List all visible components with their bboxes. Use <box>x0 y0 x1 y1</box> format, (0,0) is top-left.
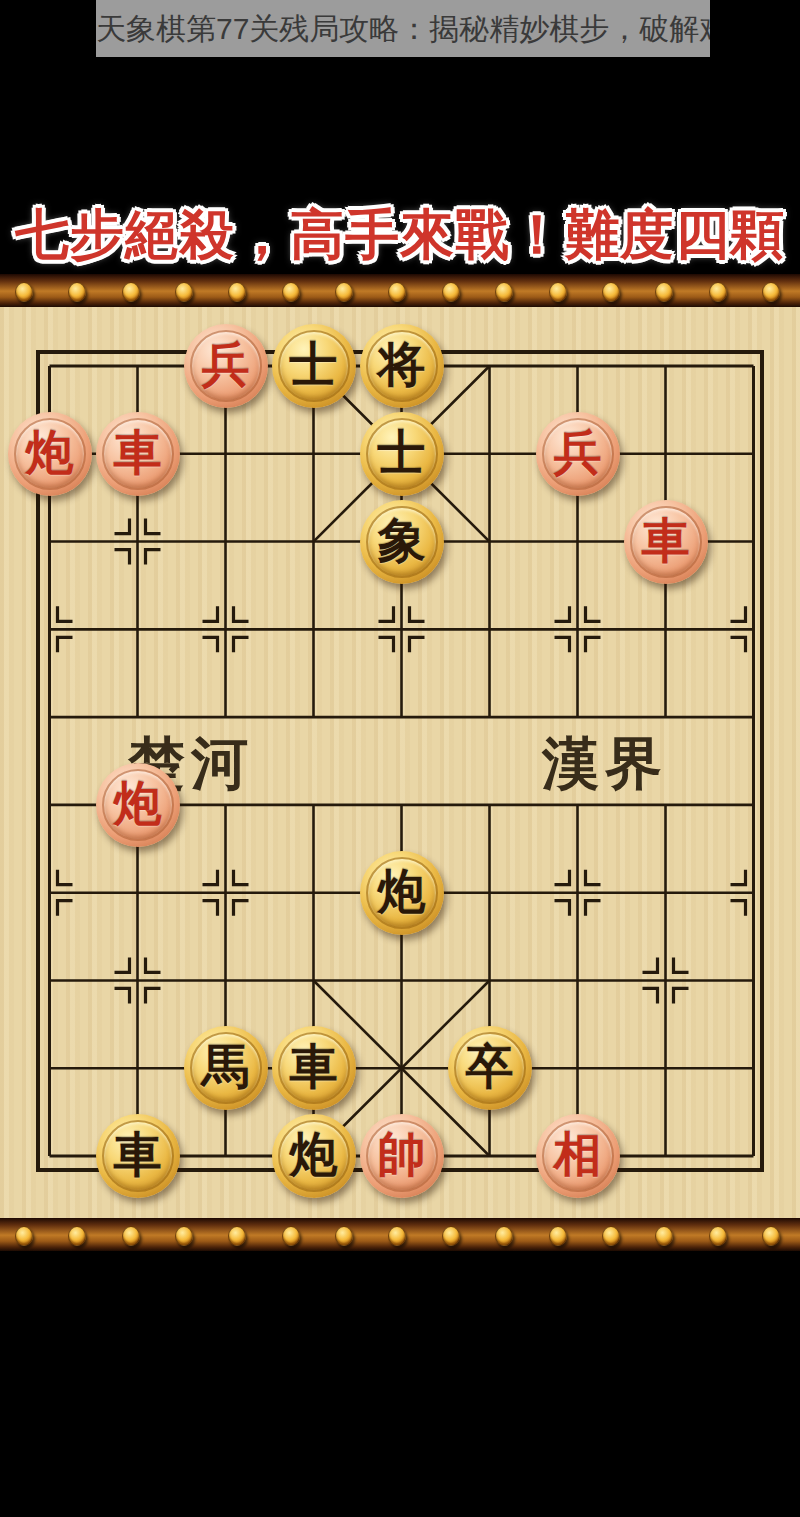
rivet-icon <box>549 1226 567 1246</box>
frame-strip-bottom <box>0 1218 800 1251</box>
piece-glyph: 炮 <box>378 849 426 933</box>
piece-glyph: 象 <box>378 498 426 582</box>
promo-banner-text: 七步絕殺，高手來戰！難度四顆星 <box>0 194 800 274</box>
rivet-icon <box>495 282 513 302</box>
piece-glyph: 兵 <box>202 322 250 406</box>
rivet-icon <box>602 282 620 302</box>
rivet-icon <box>388 282 406 302</box>
rivet-icon <box>282 282 300 302</box>
rivet-icon <box>709 1226 727 1246</box>
screenshot-root: 天象棋第77关残局攻略：揭秘精妙棋步，破解难关挑 七步絕殺，高手來戰！難度四顆星… <box>0 0 800 1517</box>
rivet-icon <box>68 1226 86 1246</box>
piece-red-chariot[interactable]: 車 <box>624 500 708 584</box>
piece-glyph: 馬 <box>202 1024 250 1108</box>
piece-red-chariot[interactable]: 車 <box>96 412 180 496</box>
piece-glyph: 兵 <box>554 410 602 494</box>
page-title: 天象棋第77关残局攻略：揭秘精妙棋步，破解难关挑 <box>96 0 710 57</box>
rivet-icon <box>282 1226 300 1246</box>
piece-black-cannon[interactable]: 炮 <box>360 851 444 935</box>
piece-black-elephant[interactable]: 象 <box>360 500 444 584</box>
piece-red-soldier[interactable]: 兵 <box>184 324 268 408</box>
rivet-icon <box>15 1226 33 1246</box>
rivet-icon <box>762 282 780 302</box>
piece-glyph: 車 <box>290 1024 338 1108</box>
piece-red-cannon[interactable]: 炮 <box>96 763 180 847</box>
rivet-icon <box>655 1226 673 1246</box>
rivet-icon <box>228 282 246 302</box>
rivet-icon <box>602 1226 620 1246</box>
river-label-right: 漢界 <box>542 726 668 803</box>
piece-black-cannon[interactable]: 炮 <box>272 1114 356 1198</box>
rivet-icon <box>15 282 33 302</box>
piece-red-elephant[interactable]: 相 <box>536 1114 620 1198</box>
piece-black-chariot[interactable]: 車 <box>96 1114 180 1198</box>
piece-glyph: 帥 <box>378 1112 426 1196</box>
piece-black-advisor[interactable]: 士 <box>272 324 356 408</box>
piece-glyph: 炮 <box>114 761 162 845</box>
piece-glyph: 士 <box>290 322 338 406</box>
rivet-icon <box>388 1226 406 1246</box>
piece-glyph: 相 <box>554 1112 602 1196</box>
piece-black-soldier[interactable]: 卒 <box>448 1026 532 1110</box>
rivet-icon <box>68 282 86 302</box>
piece-black-horse[interactable]: 馬 <box>184 1026 268 1110</box>
piece-glyph: 士 <box>378 410 426 494</box>
rivet-icon <box>122 282 140 302</box>
piece-glyph: 炮 <box>290 1112 338 1196</box>
piece-red-cannon[interactable]: 炮 <box>8 412 92 496</box>
rivet-icon <box>442 1226 460 1246</box>
piece-black-chariot[interactable]: 車 <box>272 1026 356 1110</box>
piece-black-general[interactable]: 将 <box>360 324 444 408</box>
piece-glyph: 将 <box>378 322 426 406</box>
rivet-icon <box>335 1226 353 1246</box>
rivet-icon <box>175 282 193 302</box>
rivet-icon <box>709 282 727 302</box>
piece-glyph: 炮 <box>26 410 74 494</box>
rivet-icon <box>442 282 460 302</box>
piece-glyph: 車 <box>642 498 690 582</box>
piece-glyph: 卒 <box>466 1024 514 1108</box>
frame-strip-top <box>0 274 800 307</box>
piece-red-soldier[interactable]: 兵 <box>536 412 620 496</box>
rivet-icon <box>228 1226 246 1246</box>
rivet-icon <box>122 1226 140 1246</box>
piece-glyph: 車 <box>114 1112 162 1196</box>
rivet-icon <box>655 282 673 302</box>
piece-black-advisor[interactable]: 士 <box>360 412 444 496</box>
rivet-icon <box>175 1226 193 1246</box>
rivet-icon <box>495 1226 513 1246</box>
piece-glyph: 車 <box>114 410 162 494</box>
rivet-icon <box>335 282 353 302</box>
rivet-icon <box>549 282 567 302</box>
piece-red-general[interactable]: 帥 <box>360 1114 444 1198</box>
rivet-icon <box>762 1226 780 1246</box>
